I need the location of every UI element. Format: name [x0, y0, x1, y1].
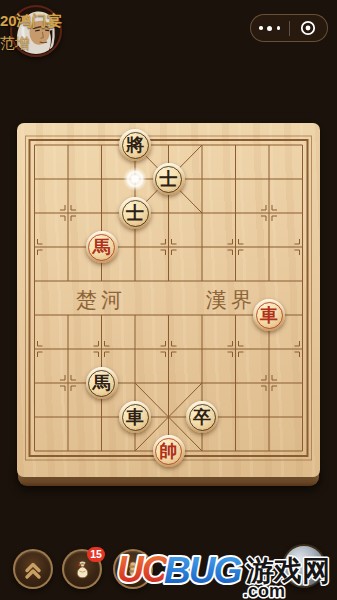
exit-button[interactable] — [290, 15, 328, 41]
piece-red-chariot[interactable]: 車 — [253, 299, 285, 331]
double-chevron-up-icon — [20, 556, 46, 582]
piece-glyph: 卒 — [193, 408, 211, 426]
piece-glyph: 馬 — [93, 238, 111, 256]
piece-black-advisor-1[interactable]: 士 — [153, 163, 185, 195]
piece-glyph: 帥 — [160, 442, 178, 460]
piece-black-horse[interactable]: 馬 — [86, 367, 118, 399]
scroll-icon — [121, 557, 145, 581]
move-highlight — [123, 167, 147, 191]
piece-black-chariot[interactable]: 車 — [119, 401, 151, 433]
dot-icon — [277, 26, 281, 30]
opponent-name: 范增 — [0, 34, 180, 53]
target-circle-icon — [299, 19, 317, 37]
level-title: 20鸿门宴 — [0, 12, 180, 31]
xiangqi-board[interactable]: 楚河 漢界 將士士馬車馬車卒帥 — [17, 123, 320, 477]
dot-icon — [267, 26, 272, 31]
piece-glyph: 將 — [126, 136, 144, 154]
round-glossy-button[interactable] — [282, 544, 326, 588]
wechat-capsule — [250, 14, 328, 42]
piece-glyph: 車 — [260, 306, 278, 324]
watermark-bug: BUG — [164, 550, 241, 591]
piece-black-pawn[interactable]: 卒 — [186, 401, 218, 433]
watermark-dotcom: .com — [243, 581, 285, 599]
piece-red-general[interactable]: 帥 — [153, 435, 185, 467]
river-label-han: 漢界 — [206, 286, 256, 314]
piece-black-general[interactable]: 將 — [119, 129, 151, 161]
scroll-button[interactable] — [113, 549, 153, 589]
game-screen: 20鸿门宴 范增 楚河 漢界 將士士馬車馬車卒帥 — [0, 0, 337, 600]
river-label-chu: 楚河 — [76, 286, 126, 314]
piece-glyph: 士 — [126, 204, 144, 222]
hint-count-badge: 15 — [87, 547, 105, 562]
dot-icon — [259, 26, 263, 30]
piece-red-horse[interactable]: 馬 — [86, 231, 118, 263]
piece-glyph: 馬 — [93, 374, 111, 392]
hint-bag-button[interactable]: 15 — [62, 549, 102, 589]
piece-glyph: 車 — [126, 408, 144, 426]
piece-glyph: 士 — [160, 170, 178, 188]
more-button[interactable] — [251, 15, 289, 41]
piece-black-advisor-2[interactable]: 士 — [119, 197, 151, 229]
expand-button[interactable] — [13, 549, 53, 589]
